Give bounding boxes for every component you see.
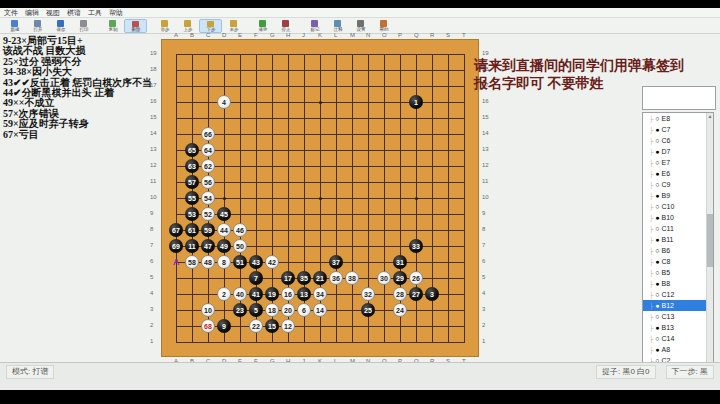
coord-left: 3 [150,306,153,312]
stone-white-68-C2: 68 [201,319,215,333]
stone-black-69-A7: 69 [169,239,183,253]
stone-white-12-H2: 12 [281,319,295,333]
tree-move-label: B11 [662,236,674,243]
stone-white-26-Q5: 26 [409,271,423,285]
coord-right: 6 [482,258,485,264]
toolbar-button-comment[interactable]: 注释 [326,19,349,33]
tree-move-label: C13 [662,313,675,320]
coord-top: P [398,32,402,38]
grid-line-vertical [464,54,465,343]
black-stone-icon: ● [655,236,659,243]
stone-black-59-C8: 59 [201,223,215,237]
stone-white-32-N4: 32 [361,287,375,301]
stone-black-23-E3: 23 [233,303,247,317]
tree-row-A8[interactable]: ├●A8 [643,344,713,355]
stone-white-8-D6: 8 [217,255,231,269]
status-spacer [64,365,586,388]
toolbar-button-copy[interactable]: 复制 [101,19,124,33]
toolbar-label: 打印 [79,27,88,32]
star-point [319,197,322,200]
toolbar-button-mark[interactable]: 标记 [303,19,326,33]
stone-white-38-M5: 38 [345,271,359,285]
white-stone-icon: ○ [655,291,659,298]
tree-branch-icon: ├ [649,182,653,188]
stone-black-53-B9: 53 [185,207,199,221]
tree-branch-icon: ├ [649,138,653,144]
tree-row-B5[interactable]: ├○B5 [643,267,713,278]
livestream-message-line1: 请来到直播间的同学们用弹幕签到 [474,57,720,75]
tree-move-label: C7 [662,126,671,133]
toolbar-button-new-file[interactable]: 新建 [3,19,26,33]
status-bar: 模式: 打谱 提子: 黑0 白0 下一步: 黑 [0,362,720,390]
tree-row-C14[interactable]: ├○C14 [643,333,713,344]
tree-branch-icon: ├ [649,259,653,265]
white-stone-icon: ○ [655,335,659,342]
stone-black-63-B12: 63 [185,159,199,173]
white-stone-icon: ○ [655,225,659,232]
tree-branch-icon: ├ [649,347,653,353]
stone-white-34-K4: 34 [313,287,327,301]
tree-branch-icon: ├ [649,204,653,210]
coord-top: T [462,32,466,38]
stone-black-61-B8: 61 [185,223,199,237]
toolbar-button-play[interactable]: 播放 [251,19,274,33]
coord-top: R [430,32,434,38]
stone-black-31-P6: 31 [393,255,407,269]
stone-white-2-D4: 2 [217,287,231,301]
black-stone-icon: ● [655,324,659,331]
black-stone-icon: ● [655,302,659,309]
stone-black-3-R4: 3 [425,287,439,301]
tree-move-label: B8 [662,280,671,287]
livestream-message-line2: 报名字即可 不要带姓 [474,75,720,93]
letterbox-top [0,0,720,8]
tree-move-label: B6 [662,247,671,254]
annotation-line-10: 67×亏目 [3,130,213,140]
stone-white-24-P3: 24 [393,303,407,317]
white-stone-icon: ○ [655,115,659,122]
tree-branch-icon: ├ [649,336,653,342]
coord-left: 12 [150,162,157,168]
toolbar-button-settings[interactable]: 设置 [349,19,372,33]
grid-line-vertical [352,54,353,343]
toolbar-button-print[interactable]: 打印 [72,19,95,33]
coord-top: Q [414,32,419,38]
stone-white-6-J3: 6 [297,303,311,317]
coord-left: 2 [150,322,153,328]
stone-white-42-G6: 42 [265,255,279,269]
stone-white-62-C12: 62 [201,159,215,173]
tree-move-label: C14 [662,335,675,342]
tree-move-label: E7 [662,159,671,166]
menu-item-5[interactable]: 帮助 [109,8,123,17]
white-stone-icon: ○ [655,203,659,210]
tree-move-label: E6 [662,170,671,177]
tree-move-label: B9 [662,192,671,199]
coord-right: 8 [482,226,485,232]
coord-right: 16 [482,98,489,104]
black-stone-icon: ● [655,258,659,265]
tree-branch-icon: ├ [649,248,653,254]
stone-white-56-C11: 56 [201,175,215,189]
tree-row-E8[interactable]: ├○E8 [643,113,713,124]
tree-branch-icon: ├ [649,171,653,177]
stone-white-4-D16: 4 [217,95,231,109]
stone-black-51-E6: 51 [233,255,247,269]
stone-black-17-H5: 17 [281,271,295,285]
tree-row-C11[interactable]: ├○C11 [643,223,713,234]
tree-branch-icon: ├ [649,226,653,232]
white-stone-icon: ○ [655,313,659,320]
stone-black-57-B11: 57 [185,175,199,189]
stone-black-47-C7: 47 [201,239,215,253]
stone-white-28-P4: 28 [393,287,407,301]
app-frame: 文件编辑视图棋谱工具帮助 新建打开保存打印复制删除首步上步下步末步播放停止标记注… [0,0,720,404]
menu-item-3[interactable]: 棋谱 [67,8,81,17]
tree-move-label: B10 [662,214,674,221]
tree-scrollbar-thumb[interactable] [707,214,713,267]
coord-left: 11 [150,178,156,184]
coord-top: K [318,32,322,38]
coord-top: J [302,32,305,38]
menu-item-2[interactable]: 视图 [46,8,60,17]
coord-left: 13 [150,146,157,152]
tree-move-label: C9 [662,181,671,188]
toolbar-button-delete[interactable]: 删除 [124,19,147,33]
tree-move-label: D7 [662,148,671,155]
coord-right: 13 [482,146,489,152]
toolbar-button-help[interactable]: 帮助 [372,19,395,33]
coord-top: F [254,32,258,38]
tree-move-label: C6 [662,137,671,144]
grid-line-horizontal [176,342,465,343]
tree-move-label: C8 [662,258,671,265]
tree-branch-icon: ├ [649,116,653,122]
black-stone-icon: ● [655,192,659,199]
stone-white-52-C9: 52 [201,207,215,221]
toolbar-button-next-move[interactable]: 下步 [199,19,222,33]
black-stone-icon: ● [655,280,659,287]
stone-black-9-D2: 9 [217,319,231,333]
tree-row-C7[interactable]: ├●C7 [643,124,713,135]
toolbar-label: 复制 [108,27,117,32]
star-point [223,197,226,200]
coord-right: 9 [482,210,485,216]
tree-move-label: B12 [662,302,674,309]
tree-row-B13[interactable]: ├●B13 [643,322,713,333]
tree-branch-icon: ├ [649,303,653,309]
stone-black-21-K5: 21 [313,271,327,285]
stone-white-14-K3: 14 [313,303,327,317]
coord-right: 7 [482,242,485,248]
tree-move-label: B5 [662,269,671,276]
grid-line-vertical [384,54,385,343]
move-tree-rows: ├○E8├●C7├○C6├●D7├○E7├●E6├○C9├●B9├○C10├●B… [643,113,713,377]
tree-row-D7[interactable]: ├●D7 [643,146,713,157]
stone-black-41-F4: 41 [249,287,263,301]
tree-row-C6[interactable]: ├○C6 [643,135,713,146]
stone-white-22-F2: 22 [249,319,263,333]
tree-row-B12[interactable]: ├●B12 [643,300,713,311]
toolbar-button-prev-move[interactable]: 上步 [176,19,199,33]
stone-black-25-N3: 25 [361,303,375,317]
stone-white-30-O5: 30 [377,271,391,285]
toolbar-button-first-move[interactable]: 首步 [153,19,176,33]
stone-black-65-B13: 65 [185,143,199,157]
tree-scrollbar[interactable]: ▲ ▼ [706,113,713,379]
status-mode: 模式: 打谱 [6,365,54,379]
tree-branch-icon: ├ [649,193,653,199]
toolbar-label: 删除 [131,27,140,32]
stone-black-1-Q16: 1 [409,95,423,109]
stone-white-36-L5: 36 [329,271,343,285]
coord-left: 4 [150,290,153,296]
black-stone-icon: ● [655,170,659,177]
tree-row-C12[interactable]: ├○C12 [643,289,713,300]
toolbar-label: 播放 [258,27,267,32]
stone-black-27-Q4: 27 [409,287,423,301]
app-window: 文件编辑视图棋谱工具帮助 新建打开保存打印复制删除首步上步下步末步播放停止标记注… [0,8,720,390]
tree-move-label: A8 [662,346,671,353]
stone-black-35-J5: 35 [297,271,311,285]
tree-move-label: C11 [662,225,674,232]
stone-black-7-F5: 7 [249,271,263,285]
menu-item-0[interactable]: 文件 [4,8,18,17]
coord-left: 7 [150,242,153,248]
stone-white-58-B6: 58 [185,255,199,269]
white-stone-icon: ○ [655,181,659,188]
board-label-marker-A: A [173,257,180,267]
white-stone-icon: ○ [655,137,659,144]
tree-row-B11[interactable]: ├●B11 [643,234,713,245]
scroll-up-icon[interactable]: ▲ [707,113,713,119]
tree-branch-icon: ├ [649,281,653,287]
coord-top: M [350,32,355,38]
menu-bar: 文件编辑视图棋谱工具帮助 [0,8,720,18]
toolbar-label: 新建 [10,27,19,32]
black-stone-icon: ● [655,148,659,155]
stone-white-18-G3: 18 [265,303,279,317]
stone-black-37-L6: 37 [329,255,343,269]
tree-row-B8[interactable]: ├●B8 [643,278,713,289]
grid-line-vertical [448,54,449,343]
coord-right: 1 [482,338,485,344]
coord-top: E [238,32,242,38]
white-stone-icon: ○ [655,269,659,276]
stone-black-15-G2: 15 [265,319,279,333]
coord-right: 5 [482,274,485,280]
toolbar-label: 打开 [33,27,42,32]
tree-row-B6[interactable]: ├○B6 [643,245,713,256]
stone-black-49-D7: 49 [217,239,231,253]
tree-branch-icon: ├ [649,292,653,298]
coord-top: L [334,32,337,38]
coord-top: H [286,32,290,38]
stone-black-11-B7: 11 [185,239,199,253]
tree-row-E7[interactable]: ├○E7 [643,157,713,168]
tree-branch-icon: ├ [649,149,653,155]
stone-black-67-A8: 67 [169,223,183,237]
stone-black-13-J4: 13 [297,287,311,301]
coord-left: 8 [150,226,153,232]
coord-top: O [382,32,387,38]
toolbar: 新建打开保存打印复制删除首步上步下步末步播放停止标记注释设置帮助 [0,18,720,34]
coord-right: 19 [482,50,489,56]
status-next-move: 下一步: 黑 [666,365,714,379]
coord-top: D [222,32,226,38]
stone-white-46-E8: 46 [233,223,247,237]
tree-move-label: B13 [662,324,674,331]
coord-top: G [270,32,275,38]
tree-branch-icon: ├ [649,127,653,133]
toolbar-label: 首步 [160,27,169,32]
coord-left: 9 [150,210,153,216]
menu-item-1[interactable]: 编辑 [25,8,39,17]
stone-white-20-H3: 20 [281,303,295,317]
tree-row-E6[interactable]: ├●E6 [643,168,713,179]
tree-move-label: C12 [662,291,675,298]
letterbox-bottom [0,390,720,404]
stone-black-55-B10: 55 [185,191,199,205]
black-stone-icon: ● [655,346,659,353]
tree-branch-icon: ├ [649,325,653,331]
stone-black-19-G4: 19 [265,287,279,301]
stone-white-48-C6: 48 [201,255,215,269]
stone-white-50-E7: 50 [233,239,247,253]
coord-right: 2 [482,322,485,328]
tree-move-label: C10 [662,203,675,210]
coord-right: 3 [482,306,485,312]
coord-top: S [446,32,450,38]
coord-left: 6 [150,258,153,264]
tree-row-B10[interactable]: ├●B10 [643,212,713,223]
toolbar-button-open-file[interactable]: 打开 [26,19,49,33]
coord-left: 5 [150,274,153,280]
coord-right: 12 [482,162,489,168]
stone-black-29-P5: 29 [393,271,407,285]
stone-black-43-F6: 43 [249,255,263,269]
toolbar-button-stop[interactable]: 停止 [274,19,297,33]
stone-white-10-C3: 10 [201,303,215,317]
tree-branch-icon: ├ [649,314,653,320]
tree-branch-icon: ├ [649,160,653,166]
stone-black-33-Q7: 33 [409,239,423,253]
toolbar-button-save[interactable]: 保存 [49,19,72,33]
tree-row-C8[interactable]: ├●C8 [643,256,713,267]
toolbar-label: 保存 [56,27,65,32]
coord-right: 10 [482,194,489,200]
white-stone-icon: ○ [655,159,659,166]
livestream-message: 请来到直播间的同学们用弹幕签到 报名字即可 不要带姓 [474,57,720,93]
tree-row-B9[interactable]: ├●B9 [643,190,713,201]
black-stone-icon: ● [655,214,659,221]
stone-white-44-D8: 44 [217,223,231,237]
coord-left: 1 [150,338,153,344]
coord-right: 11 [482,178,488,184]
toolbar-label: 末步 [229,27,238,32]
tree-row-C9[interactable]: ├○C9 [643,179,713,190]
tree-branch-icon: ├ [649,215,653,221]
toolbar-button-last-move[interactable]: 末步 [222,19,245,33]
tree-branch-icon: ├ [649,237,653,243]
tree-row-C10[interactable]: ├○C10 [643,201,713,212]
coord-right: 15 [482,114,489,120]
status-captures: 提子: 黑0 白0 [596,365,656,379]
stone-black-45-D9: 45 [217,207,231,221]
tree-row-C13[interactable]: ├○C13 [643,311,713,322]
coord-right: 4 [482,290,485,296]
tree-branch-icon: ├ [649,270,653,276]
stone-white-40-E4: 40 [233,287,247,301]
stone-white-54-C10: 54 [201,191,215,205]
coord-top: N [366,32,370,38]
stone-white-16-H4: 16 [281,287,295,301]
toolbar-label: 设置 [356,27,365,32]
white-stone-icon: ○ [655,247,659,254]
menu-item-4[interactable]: 工具 [88,8,102,17]
stone-white-64-C13: 64 [201,143,215,157]
star-point [415,197,418,200]
tree-move-label: E8 [662,115,671,122]
grid-line-vertical [336,54,337,343]
annotation-panel: 9-23×局部亏15目+该战不战 目数大损25×过分 强弱不分34-38×因小失… [3,36,213,140]
stone-black-5-F3: 5 [249,303,263,317]
coord-right: 14 [482,130,489,136]
coord-left: 10 [150,194,157,200]
black-stone-icon: ● [655,126,659,133]
move-tree-panel[interactable]: ├○E8├●C7├○C6├●D7├○E7├●E6├○C9├●B9├○C10├●B… [642,112,714,380]
star-point [319,101,322,104]
